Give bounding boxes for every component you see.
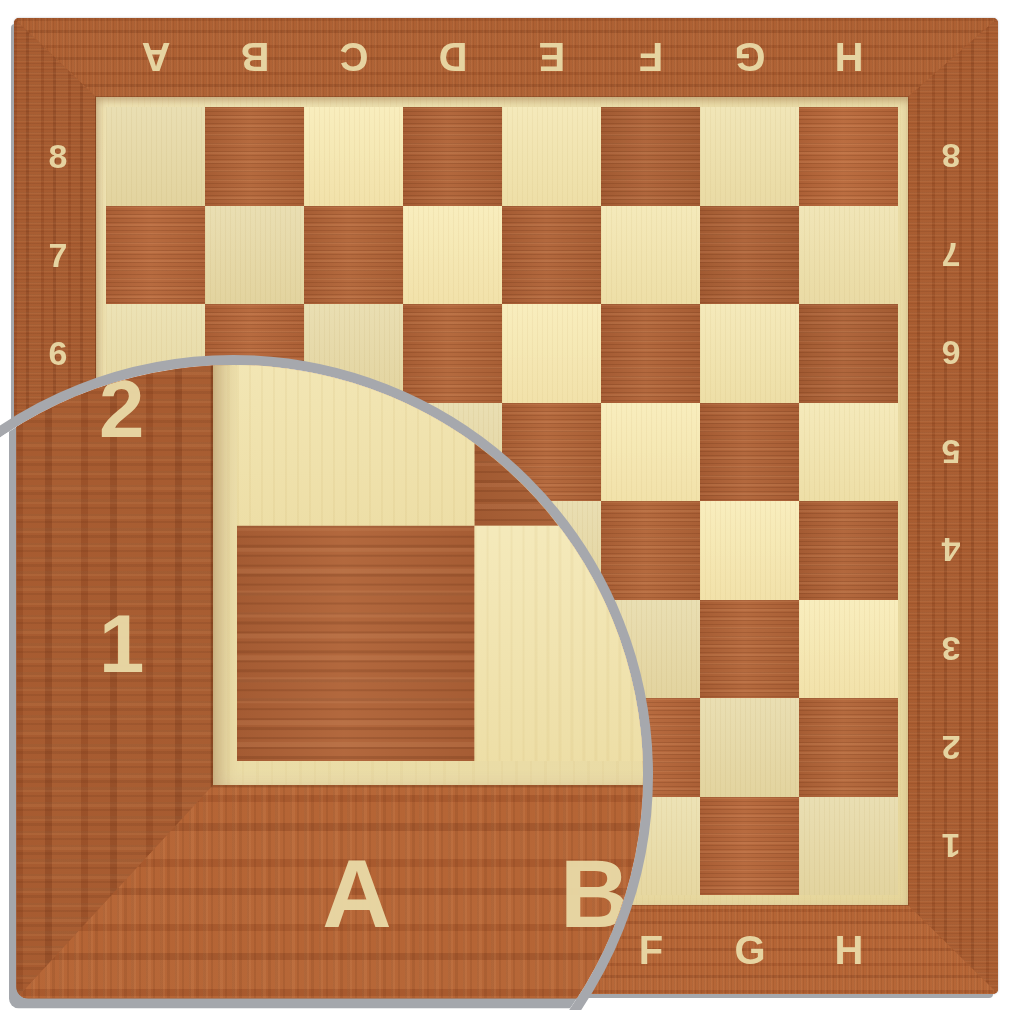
- square-e6: [502, 304, 601, 403]
- square-g8: [700, 107, 799, 206]
- square-h3: [799, 600, 898, 699]
- rank-label-right-7: 7: [942, 238, 961, 272]
- rank-label-right-1: 1: [942, 829, 961, 863]
- square-f6: [601, 304, 700, 403]
- square-g3: [700, 600, 799, 699]
- square-g2: [700, 698, 799, 797]
- square-d8: [403, 107, 502, 206]
- rank-label-left-7: 7: [49, 238, 68, 272]
- rank-label-left-6: 6: [49, 336, 68, 370]
- file-label-bottom-g: G: [734, 930, 765, 970]
- rank-label-right-2: 2: [942, 731, 961, 765]
- square-f5: [601, 403, 700, 502]
- file-label-bottom-f: F: [639, 930, 663, 970]
- square-h8: [799, 107, 898, 206]
- rank-label-left-8: 8: [49, 139, 68, 173]
- rank-label-right-4: 4: [942, 533, 961, 567]
- square-b8: [205, 107, 304, 206]
- rank-label-left-2: 2: [99, 366, 144, 448]
- square-f4: [601, 501, 700, 600]
- file-label-top-f: F: [639, 37, 663, 77]
- file-label-bottom-h: H: [835, 930, 864, 970]
- square-g7: [700, 206, 799, 305]
- rank-label-right-5: 5: [942, 435, 961, 469]
- rank-label-left-1: 1: [99, 603, 144, 685]
- square-g5: [700, 403, 799, 502]
- square-f7: [601, 206, 700, 305]
- square-d7: [403, 206, 502, 305]
- rank-label-right-6: 6: [942, 336, 961, 370]
- square-h5: [799, 403, 898, 502]
- square-c8: [304, 107, 403, 206]
- file-label-bottom-b: B: [560, 845, 629, 941]
- square-h6: [799, 304, 898, 403]
- file-label-top-b: B: [241, 37, 270, 77]
- square-g1: [700, 797, 799, 896]
- square-d6: [403, 304, 502, 403]
- file-label-top-c: C: [340, 37, 369, 77]
- square-h2: [799, 698, 898, 797]
- square-h1: [799, 797, 898, 896]
- file-label-top-g: G: [734, 37, 765, 77]
- square-g4: [700, 501, 799, 600]
- square-a8: [106, 107, 205, 206]
- square-h7: [799, 206, 898, 305]
- product-photo: AA88BB77CC66DD55EE44FF33GG22HH11 AA88BB7…: [0, 0, 1010, 1010]
- file-label-top-e: E: [539, 37, 566, 77]
- square-a7: [106, 206, 205, 305]
- file-label-top-h: H: [835, 37, 864, 77]
- square-e8: [502, 107, 601, 206]
- file-label-bottom-a: A: [322, 845, 391, 941]
- rank-label-right-3: 3: [942, 632, 961, 666]
- square-g6: [700, 304, 799, 403]
- square-a1: [237, 525, 475, 761]
- file-label-top-a: A: [142, 37, 171, 77]
- square-b7: [205, 206, 304, 305]
- square-e7: [502, 206, 601, 305]
- square-h4: [799, 501, 898, 600]
- file-label-top-d: D: [439, 37, 468, 77]
- square-c7: [304, 206, 403, 305]
- rank-label-right-8: 8: [942, 139, 961, 173]
- square-f8: [601, 107, 700, 206]
